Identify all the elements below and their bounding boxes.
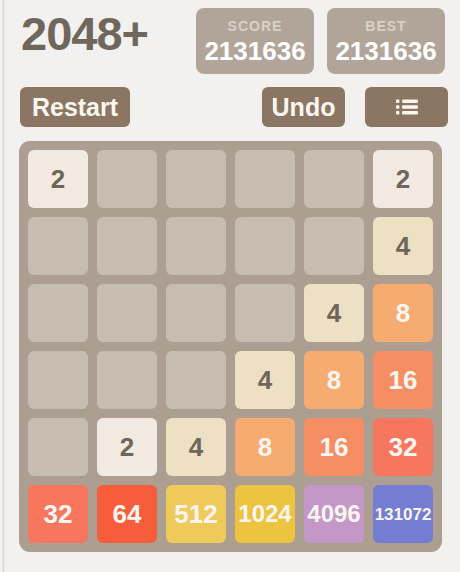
- empty-cell: [28, 418, 88, 476]
- empty-cell: [28, 284, 88, 342]
- restart-button[interactable]: Restart: [20, 87, 130, 127]
- tile-4: 4: [304, 284, 364, 342]
- tile-8: 8: [304, 351, 364, 409]
- tile-1024: 1024: [235, 485, 295, 543]
- empty-cell: [166, 217, 226, 275]
- tile-64: 64: [97, 485, 157, 543]
- empty-cell: [97, 284, 157, 342]
- empty-cell: [235, 284, 295, 342]
- tile-512: 512: [166, 485, 226, 543]
- tile-32: 32: [373, 418, 433, 476]
- empty-cell: [97, 351, 157, 409]
- empty-cell: [304, 217, 364, 275]
- screen-edge-line: [1, 0, 4, 572]
- undo-button[interactable]: Undo: [262, 87, 345, 127]
- empty-cell: [28, 351, 88, 409]
- tile-4: 4: [373, 217, 433, 275]
- empty-cell: [28, 217, 88, 275]
- board-grid[interactable]: 2244848162481632326451210244096131072: [19, 141, 442, 552]
- empty-cell: [97, 150, 157, 208]
- score-box: SCORE 2131636: [196, 8, 314, 74]
- list-icon: [394, 95, 420, 119]
- tile-4096: 4096: [304, 485, 364, 543]
- best-label: BEST: [365, 18, 406, 34]
- tile-32: 32: [28, 485, 88, 543]
- app-title: 2048+: [21, 6, 148, 61]
- tile-2: 2: [28, 150, 88, 208]
- tile-2: 2: [373, 150, 433, 208]
- empty-cell: [97, 217, 157, 275]
- tile-131072: 131072: [373, 485, 433, 543]
- empty-cell: [166, 284, 226, 342]
- tile-16: 16: [304, 418, 364, 476]
- score-label: SCORE: [228, 18, 283, 34]
- empty-cell: [304, 150, 364, 208]
- empty-cell: [166, 351, 226, 409]
- best-box: BEST 2131636: [327, 8, 445, 74]
- score-value: 2131636: [204, 36, 305, 67]
- tile-16: 16: [373, 351, 433, 409]
- menu-button[interactable]: [365, 87, 448, 127]
- tile-8: 8: [235, 418, 295, 476]
- best-value: 2131636: [335, 36, 436, 67]
- tile-4: 4: [235, 351, 295, 409]
- empty-cell: [166, 150, 226, 208]
- empty-cell: [235, 150, 295, 208]
- tile-4: 4: [166, 418, 226, 476]
- tile-8: 8: [373, 284, 433, 342]
- tile-2: 2: [97, 418, 157, 476]
- empty-cell: [235, 217, 295, 275]
